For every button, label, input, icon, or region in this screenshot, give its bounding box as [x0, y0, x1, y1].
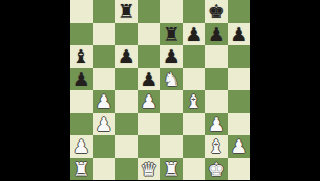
- square-e1[interactable]: ♜: [160, 158, 183, 181]
- square-d8[interactable]: [138, 0, 161, 23]
- square-c5[interactable]: [115, 68, 138, 91]
- square-h6[interactable]: [228, 45, 251, 68]
- square-a5[interactable]: ♟: [70, 68, 93, 91]
- black-king[interactable]: ♚: [208, 0, 225, 23]
- square-g7[interactable]: ♟: [205, 23, 228, 46]
- white-pawn[interactable]: ♟: [208, 113, 225, 136]
- square-a2[interactable]: ♟: [70, 135, 93, 158]
- square-b8[interactable]: [93, 0, 116, 23]
- square-f1[interactable]: [183, 158, 206, 181]
- square-e4[interactable]: [160, 90, 183, 113]
- white-pawn[interactable]: ♟: [73, 135, 90, 158]
- square-f7[interactable]: ♟: [183, 23, 206, 46]
- black-pawn[interactable]: ♟: [185, 23, 202, 46]
- black-pawn[interactable]: ♟: [73, 68, 90, 91]
- square-f4[interactable]: ♝: [183, 90, 206, 113]
- square-b5[interactable]: [93, 68, 116, 91]
- square-d6[interactable]: [138, 45, 161, 68]
- square-h7[interactable]: ♟: [228, 23, 251, 46]
- white-rook[interactable]: ♜: [73, 158, 90, 181]
- white-king[interactable]: ♚: [208, 158, 225, 181]
- square-h5[interactable]: [228, 68, 251, 91]
- square-b4[interactable]: ♟: [93, 90, 116, 113]
- square-a1[interactable]: ♜: [70, 158, 93, 181]
- square-h1[interactable]: [228, 158, 251, 181]
- white-pawn[interactable]: ♟: [230, 135, 247, 158]
- black-pawn[interactable]: ♟: [230, 23, 247, 46]
- square-b2[interactable]: [93, 135, 116, 158]
- white-bishop[interactable]: ♝: [208, 135, 225, 158]
- square-e2[interactable]: [160, 135, 183, 158]
- square-d5[interactable]: ♟: [138, 68, 161, 91]
- square-a3[interactable]: [70, 113, 93, 136]
- square-h8[interactable]: [228, 0, 251, 23]
- square-f3[interactable]: [183, 113, 206, 136]
- square-d4[interactable]: ♟: [138, 90, 161, 113]
- square-g4[interactable]: [205, 90, 228, 113]
- square-a8[interactable]: [70, 0, 93, 23]
- black-bishop[interactable]: ♝: [73, 45, 90, 68]
- square-b3[interactable]: ♟: [93, 113, 116, 136]
- square-a6[interactable]: ♝: [70, 45, 93, 68]
- square-g8[interactable]: ♚: [205, 0, 228, 23]
- square-c6[interactable]: ♟: [115, 45, 138, 68]
- app-viewport: ♜♚♜♟♟♟♝♟♟♟♟♞♟♟♝♟♟♟♝♟♜♛♜♚: [0, 0, 320, 180]
- square-e8[interactable]: [160, 0, 183, 23]
- white-queen[interactable]: ♛: [140, 158, 157, 181]
- right-letterbox: [250, 0, 320, 180]
- white-pawn[interactable]: ♟: [95, 113, 112, 136]
- square-f5[interactable]: [183, 68, 206, 91]
- square-f2[interactable]: [183, 135, 206, 158]
- black-pawn[interactable]: ♟: [163, 45, 180, 68]
- square-a4[interactable]: [70, 90, 93, 113]
- square-g6[interactable]: [205, 45, 228, 68]
- black-pawn[interactable]: ♟: [118, 45, 135, 68]
- chess-board[interactable]: ♜♚♜♟♟♟♝♟♟♟♟♞♟♟♝♟♟♟♝♟♜♛♜♚: [70, 0, 250, 180]
- black-pawn[interactable]: ♟: [140, 68, 157, 91]
- square-b1[interactable]: [93, 158, 116, 181]
- square-g2[interactable]: ♝: [205, 135, 228, 158]
- square-c7[interactable]: [115, 23, 138, 46]
- square-h3[interactable]: [228, 113, 251, 136]
- square-d3[interactable]: [138, 113, 161, 136]
- white-rook[interactable]: ♜: [163, 158, 180, 181]
- square-d7[interactable]: [138, 23, 161, 46]
- white-pawn[interactable]: ♟: [140, 90, 157, 113]
- white-bishop[interactable]: ♝: [185, 90, 202, 113]
- black-rook[interactable]: ♜: [163, 23, 180, 46]
- square-c8[interactable]: ♜: [115, 0, 138, 23]
- square-c1[interactable]: [115, 158, 138, 181]
- square-f6[interactable]: [183, 45, 206, 68]
- square-e3[interactable]: [160, 113, 183, 136]
- square-g1[interactable]: ♚: [205, 158, 228, 181]
- square-c4[interactable]: [115, 90, 138, 113]
- square-g5[interactable]: [205, 68, 228, 91]
- square-c2[interactable]: [115, 135, 138, 158]
- square-d1[interactable]: ♛: [138, 158, 161, 181]
- square-b7[interactable]: [93, 23, 116, 46]
- square-f8[interactable]: [183, 0, 206, 23]
- square-e7[interactable]: ♜: [160, 23, 183, 46]
- square-a7[interactable]: [70, 23, 93, 46]
- square-g3[interactable]: ♟: [205, 113, 228, 136]
- square-h4[interactable]: [228, 90, 251, 113]
- left-letterbox: [0, 0, 70, 180]
- square-h2[interactable]: ♟: [228, 135, 251, 158]
- square-c3[interactable]: [115, 113, 138, 136]
- white-knight[interactable]: ♞: [163, 68, 180, 91]
- black-pawn[interactable]: ♟: [208, 23, 225, 46]
- black-rook[interactable]: ♜: [118, 0, 135, 23]
- square-d2[interactable]: [138, 135, 161, 158]
- square-e5[interactable]: ♞: [160, 68, 183, 91]
- square-e6[interactable]: ♟: [160, 45, 183, 68]
- white-pawn[interactable]: ♟: [95, 90, 112, 113]
- square-b6[interactable]: [93, 45, 116, 68]
